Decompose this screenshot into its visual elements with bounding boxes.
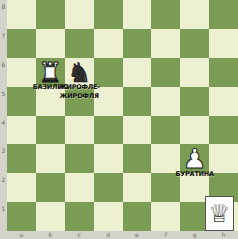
square-a3[interactable] [7, 144, 36, 173]
square-c4[interactable] [65, 116, 94, 145]
square-h3[interactable] [209, 144, 238, 173]
square-e7[interactable] [123, 29, 152, 58]
square-b2[interactable] [36, 173, 65, 202]
square-f8[interactable] [151, 0, 180, 29]
square-d7[interactable] [94, 29, 123, 58]
square-a7[interactable] [7, 29, 36, 58]
file-label-d: d [94, 231, 123, 239]
white-queen-icon: ♕ [208, 201, 230, 226]
square-e4[interactable] [123, 116, 152, 145]
file-label-a: a [7, 231, 36, 239]
square-a2[interactable] [7, 173, 36, 202]
file-label-g: g [180, 231, 209, 239]
square-e1[interactable] [123, 202, 152, 231]
file-coordinates: abcdefgh [7, 231, 238, 239]
square-f1[interactable] [151, 202, 180, 231]
square-f5[interactable] [151, 87, 180, 116]
square-g8[interactable] [180, 0, 209, 29]
square-h6[interactable] [209, 58, 238, 87]
square-d8[interactable] [94, 0, 123, 29]
white-pawn[interactable]: ♟ [180, 144, 209, 173]
promotion-queen-button[interactable]: ♕ [205, 196, 234, 231]
rank-label-2: 2 [0, 173, 7, 202]
square-h4[interactable] [209, 116, 238, 145]
rank-label-8: 8 [0, 0, 7, 29]
white-rook[interactable]: ♜ [36, 58, 65, 87]
square-g7[interactable] [180, 29, 209, 58]
square-c2[interactable] [65, 173, 94, 202]
square-f7[interactable] [151, 29, 180, 58]
square-h5[interactable] [209, 87, 238, 116]
square-b3[interactable] [36, 144, 65, 173]
square-d2[interactable] [94, 173, 123, 202]
square-d3[interactable] [94, 144, 123, 173]
square-c1[interactable] [65, 202, 94, 231]
square-h8[interactable] [209, 0, 238, 29]
rank-label-4: 4 [0, 116, 7, 145]
black-knight[interactable]: ♞ [65, 58, 94, 87]
square-b1[interactable] [36, 202, 65, 231]
square-f2[interactable] [151, 173, 180, 202]
file-label-h: h [209, 231, 238, 239]
square-f4[interactable] [151, 116, 180, 145]
file-label-e: e [123, 231, 152, 239]
square-a1[interactable] [7, 202, 36, 231]
square-g5[interactable] [180, 87, 209, 116]
square-f6[interactable] [151, 58, 180, 87]
rank-label-3: 3 [0, 144, 7, 173]
square-d1[interactable] [94, 202, 123, 231]
square-g6[interactable] [180, 58, 209, 87]
rank-label-5: 5 [0, 87, 7, 116]
file-label-f: f [151, 231, 180, 239]
chess-app-window: 87654321 ♜♞♟ abcdefgh ♕ БАЗИЛИОЖИРОФЛЕ-Ж… [0, 0, 238, 239]
square-g4[interactable] [180, 116, 209, 145]
square-d4[interactable] [94, 116, 123, 145]
square-e6[interactable] [123, 58, 152, 87]
square-a4[interactable] [7, 116, 36, 145]
square-b8[interactable] [36, 0, 65, 29]
chess-board: ♜♞♟ [7, 0, 238, 231]
square-h7[interactable] [209, 29, 238, 58]
square-b4[interactable] [36, 116, 65, 145]
square-e3[interactable] [123, 144, 152, 173]
square-a5[interactable] [7, 87, 36, 116]
file-label-c: c [65, 231, 94, 239]
square-c8[interactable] [65, 0, 94, 29]
square-e2[interactable] [123, 173, 152, 202]
square-d5[interactable] [94, 87, 123, 116]
file-label-b: b [36, 231, 65, 239]
square-b7[interactable] [36, 29, 65, 58]
square-c7[interactable] [65, 29, 94, 58]
square-f3[interactable] [151, 144, 180, 173]
square-e8[interactable] [123, 0, 152, 29]
rank-label-6: 6 [0, 58, 7, 87]
square-a6[interactable] [7, 58, 36, 87]
square-b5[interactable] [36, 87, 65, 116]
square-d6[interactable] [94, 58, 123, 87]
square-b6[interactable]: ♜ [36, 58, 65, 87]
square-c3[interactable] [65, 144, 94, 173]
square-c6[interactable]: ♞ [65, 58, 94, 87]
rank-label-1: 1 [0, 202, 7, 231]
rank-label-7: 7 [0, 29, 7, 58]
square-g3[interactable]: ♟ [180, 144, 209, 173]
square-a8[interactable] [7, 0, 36, 29]
square-c5[interactable] [65, 87, 94, 116]
rank-coordinates: 87654321 [0, 0, 7, 231]
square-e5[interactable] [123, 87, 152, 116]
